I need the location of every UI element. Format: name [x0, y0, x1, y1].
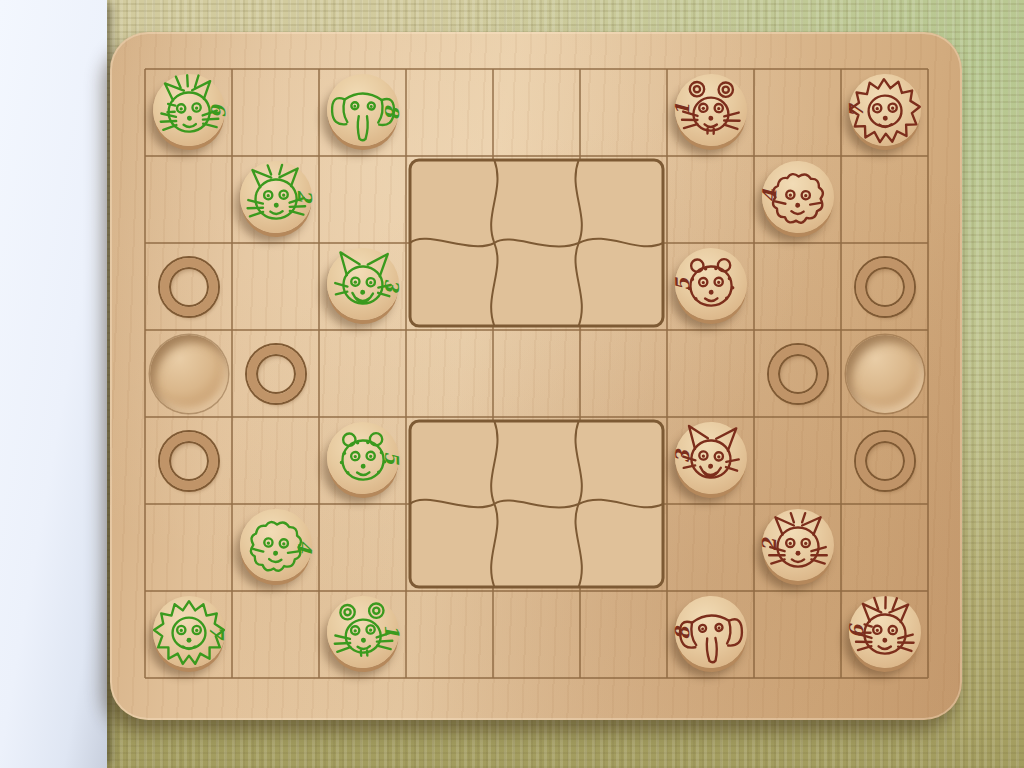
piece-rank: 3 — [672, 449, 692, 463]
piece-red-wolf-3[interactable]: 3 — [673, 420, 749, 496]
piece-rank: 1 — [673, 102, 692, 116]
white-paper-sheet — [0, 0, 107, 768]
piece-green-elephant-8[interactable]: 8 — [326, 73, 399, 146]
piece-rank: 1 — [381, 623, 401, 637]
piece-red-cat-2[interactable]: 2 — [762, 509, 834, 581]
piece-green-lion-7[interactable]: 7 — [153, 596, 225, 668]
piece-rank: 7 — [207, 625, 226, 638]
piece-green-leopard-5[interactable]: 5 — [326, 421, 399, 494]
trap-left-c1r3 — [160, 258, 218, 316]
trap-left-c2r4 — [247, 345, 305, 403]
piece-rank: 8 — [381, 103, 400, 117]
piece-green-rat-1[interactable]: 1 — [325, 594, 401, 670]
piece-red-tiger-6[interactable]: 6 — [848, 595, 921, 668]
piece-red-rat-1[interactable]: 1 — [674, 73, 747, 146]
piece-red-lion-7[interactable]: 7 — [847, 72, 921, 146]
piece-green-cat-2[interactable]: 2 — [238, 159, 312, 233]
piece-rank: 5 — [673, 277, 692, 291]
den-right — [846, 335, 924, 413]
piece-red-leopard-5[interactable]: 5 — [674, 247, 747, 320]
trap-right-c9r3 — [856, 258, 914, 316]
piece-rank: 3 — [381, 278, 400, 292]
river-top — [410, 160, 663, 326]
river-bottom — [410, 421, 663, 587]
piece-rank: 7 — [846, 104, 865, 118]
photo-scene: 6 8 2 3 5 4 7 1 1 7 4 5 3 2 8 — [0, 0, 1024, 768]
trap-left-c1r5 — [160, 432, 218, 490]
piece-rank: 6 — [847, 624, 866, 638]
piece-rank: 6 — [207, 101, 227, 115]
piece-rank: 4 — [294, 539, 314, 553]
trap-right-c9r5 — [856, 432, 914, 490]
piece-red-elephant-8[interactable]: 8 — [673, 594, 749, 670]
den-left — [150, 335, 228, 413]
piece-rank: 2 — [294, 189, 313, 203]
piece-green-tiger-6[interactable]: 6 — [151, 72, 227, 148]
trap-right-c8r4 — [769, 345, 827, 403]
piece-green-wolf-3[interactable]: 3 — [325, 246, 399, 320]
piece-rank: 4 — [759, 189, 778, 203]
piece-rank: 8 — [672, 626, 692, 640]
piece-green-dog-4[interactable]: 4 — [238, 507, 314, 583]
piece-rank: 2 — [760, 538, 779, 551]
jungle-game-board: 6 8 2 3 5 4 7 1 1 7 4 5 3 2 8 — [110, 32, 962, 720]
piece-rank: 5 — [381, 450, 400, 464]
board-grid: 6 8 2 3 5 4 7 1 1 7 4 5 3 2 8 — [145, 69, 928, 678]
piece-red-dog-4[interactable]: 4 — [760, 159, 834, 233]
